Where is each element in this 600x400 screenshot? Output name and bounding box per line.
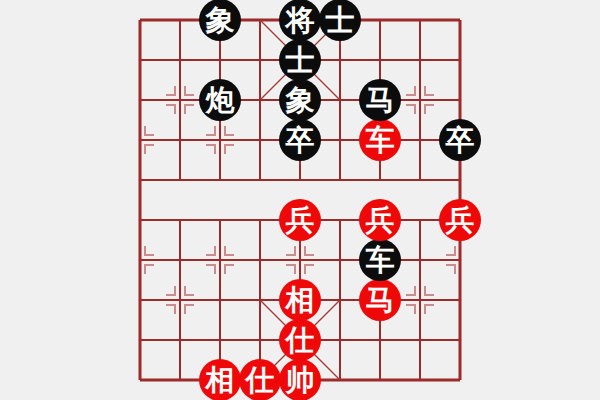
- piece-red-general[interactable]: 帅: [279, 359, 321, 400]
- piece-red-chariot[interactable]: 车: [359, 119, 401, 161]
- piece-black-general[interactable]: 将: [279, 0, 321, 41]
- piece-black-horse[interactable]: 马: [359, 79, 401, 121]
- piece-black-chariot[interactable]: 车: [359, 239, 401, 281]
- piece-black-pawn[interactable]: 卒: [439, 119, 481, 161]
- piece-red-pawn[interactable]: 兵: [439, 199, 481, 241]
- piece-black-elephant[interactable]: 象: [199, 0, 241, 41]
- piece-red-advisor[interactable]: 仕: [239, 359, 281, 400]
- piece-black-cannon[interactable]: 炮: [199, 79, 241, 121]
- piece-red-pawn[interactable]: 兵: [359, 199, 401, 241]
- piece-black-pawn[interactable]: 卒: [279, 119, 321, 161]
- piece-red-advisor[interactable]: 仕: [279, 319, 321, 361]
- piece-black-advisor[interactable]: 士: [319, 0, 361, 41]
- piece-red-elephant[interactable]: 相: [199, 359, 241, 400]
- piece-red-elephant[interactable]: 相: [279, 279, 321, 321]
- xiangqi-app: 象将士士炮象马卒车卒兵兵兵车相马仕相仕帅: [0, 0, 600, 400]
- piece-red-pawn[interactable]: 兵: [279, 199, 321, 241]
- piece-black-advisor[interactable]: 士: [279, 39, 321, 81]
- piece-black-elephant[interactable]: 象: [279, 79, 321, 121]
- piece-layer: 象将士士炮象马卒车卒兵兵兵车相马仕相仕帅: [120, 0, 480, 400]
- piece-red-horse[interactable]: 马: [359, 279, 401, 321]
